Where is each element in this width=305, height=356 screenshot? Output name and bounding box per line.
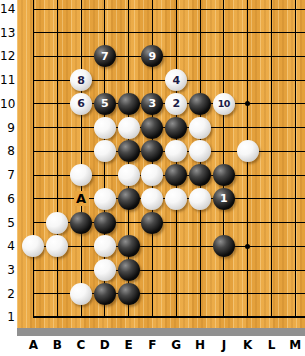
stone-white[interactable] [94,140,116,162]
grid-line-horizontal [33,270,305,271]
move-number: 10 [218,99,230,109]
stone-black[interactable] [118,93,140,115]
stone-black[interactable] [165,164,187,186]
grid-line-horizontal [33,316,305,318]
stone-black[interactable] [118,235,140,257]
col-label-F: F [144,338,160,353]
stone-white[interactable] [94,117,116,139]
row-label-11: 11 [0,72,15,88]
board-shadow [17,328,305,336]
row-label-12: 12 [0,48,15,64]
stone-black[interactable] [141,140,163,162]
row-label-9: 9 [0,120,15,136]
go-diagram-root: 79846532101A 1413121110987654321 ABCDEFG… [0,0,305,356]
stone-white[interactable]: 6 [70,93,92,115]
stone-black[interactable] [118,140,140,162]
row-label-10: 10 [0,96,15,112]
col-label-D: D [97,338,113,353]
grid-line-horizontal [33,246,305,247]
grid-line-horizontal [33,9,305,10]
col-label-A: A [25,338,41,353]
stone-white[interactable] [189,188,211,210]
stone-white[interactable] [94,188,116,210]
stone-white[interactable] [165,140,187,162]
stone-white[interactable] [94,259,116,281]
move-number: 6 [77,98,85,109]
stone-black[interactable] [189,164,211,186]
grid-line-vertical [33,0,34,318]
grid-line-vertical [271,0,272,318]
stone-white[interactable]: 8 [70,69,92,91]
stone-white[interactable] [165,188,187,210]
grid-line-vertical [81,0,82,318]
stone-white[interactable] [46,235,68,257]
stone-black[interactable] [213,235,235,257]
col-label-J: J [216,338,232,353]
grid-line-horizontal [33,32,305,33]
col-label-G: G [168,338,184,353]
stone-black[interactable] [70,212,92,234]
stone-black[interactable] [118,283,140,305]
grid-line-horizontal [33,56,305,57]
stone-black[interactable]: 7 [94,45,116,67]
stone-black[interactable] [94,212,116,234]
col-label-C: C [73,338,89,353]
stone-white[interactable]: 10 [213,93,235,115]
stone-white[interactable] [237,140,259,162]
stone-black[interactable] [165,117,187,139]
col-label-M: M [287,338,303,353]
row-label-8: 8 [0,143,15,159]
row-label-3: 3 [0,262,15,278]
stone-black[interactable] [94,283,116,305]
stone-black[interactable] [213,164,235,186]
stone-black[interactable]: 5 [94,93,116,115]
stone-white[interactable] [118,117,140,139]
stone-white[interactable] [94,235,116,257]
move-number: 7 [101,51,109,62]
grid-line-vertical [57,0,58,318]
go-board: 79846532101A [17,0,305,328]
stone-white[interactable] [118,164,140,186]
col-label-E: E [121,338,137,353]
point-label-A: A [74,191,89,206]
stone-white[interactable]: 2 [165,93,187,115]
stone-black[interactable]: 1 [213,188,235,210]
move-number: 3 [149,98,157,109]
row-label-4: 4 [0,238,15,254]
row-label-2: 2 [0,286,15,302]
stone-white[interactable] [46,212,68,234]
grid-line-vertical [223,0,224,318]
row-label-1: 1 [0,309,15,325]
stone-black[interactable] [118,188,140,210]
move-number: 2 [172,98,180,109]
stone-white[interactable] [70,283,92,305]
stone-black[interactable] [189,93,211,115]
star-point [245,101,250,106]
move-number: 8 [77,75,85,86]
move-number: 9 [149,51,157,62]
col-label-K: K [240,338,256,353]
stone-white[interactable]: 4 [165,69,187,91]
stone-white[interactable] [70,164,92,186]
col-label-L: L [264,338,280,353]
stone-black[interactable]: 9 [141,45,163,67]
move-number: 5 [101,98,109,109]
col-label-H: H [192,338,208,353]
stone-white[interactable] [141,164,163,186]
stone-white[interactable] [189,140,211,162]
stone-black[interactable]: 3 [141,93,163,115]
col-label-B: B [49,338,65,353]
row-label-14: 14 [0,1,15,17]
row-label-13: 13 [0,25,15,41]
move-number: 1 [220,193,228,204]
star-point [245,244,250,249]
row-label-6: 6 [0,191,15,207]
row-label-7: 7 [0,167,15,183]
stone-black[interactable] [141,212,163,234]
grid-line-vertical [295,0,296,318]
stone-white[interactable] [189,117,211,139]
row-label-5: 5 [0,215,15,231]
stone-white[interactable] [22,235,44,257]
move-number: 4 [172,75,180,86]
stone-black[interactable] [141,117,163,139]
stone-black[interactable] [118,259,140,281]
stone-white[interactable] [141,188,163,210]
